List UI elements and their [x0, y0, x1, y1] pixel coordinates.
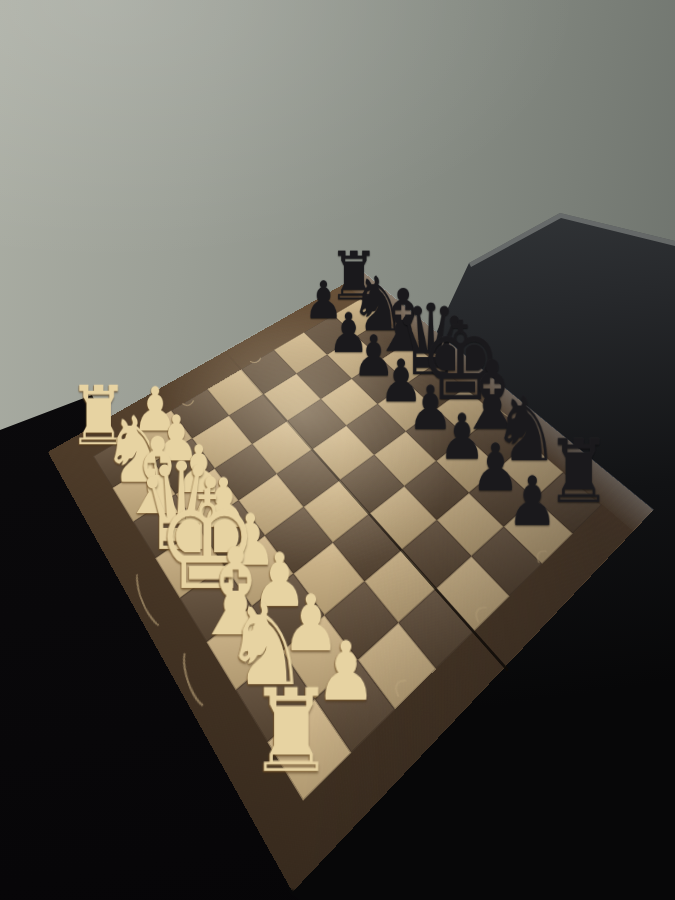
- carving-decoration: [531, 543, 594, 600]
- carving-decoration: [388, 669, 474, 748]
- photo-scene: ♜♞♝♛♚♝♞♜♟♟♟♟♟♟♟♟♟♟♟♟♟♟♟♟♜♞♝♛♚♝♞♜: [0, 0, 675, 900]
- square-b1: ♞: [112, 462, 175, 521]
